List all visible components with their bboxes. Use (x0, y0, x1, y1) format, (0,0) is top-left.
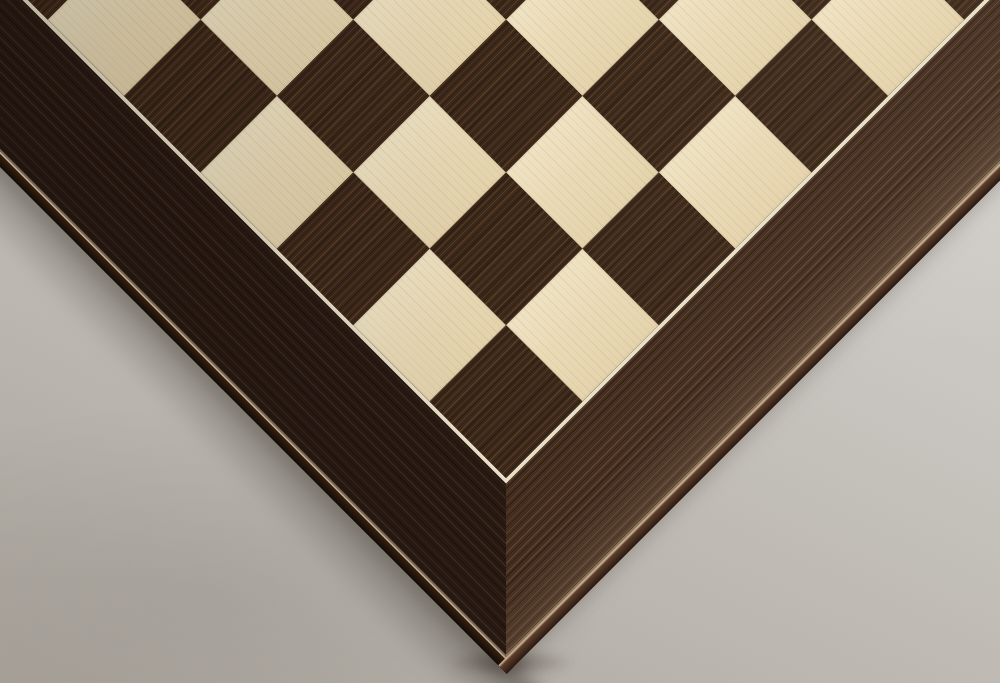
bottom-white-strip (0, 683, 1000, 700)
photo-stage (0, 0, 1000, 700)
